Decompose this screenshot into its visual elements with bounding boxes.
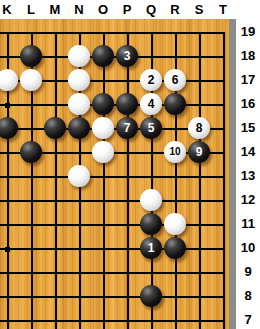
grid-line-col-M [55, 32, 57, 329]
stone-L14[interactable] [20, 141, 42, 163]
column-label-O: O [92, 1, 114, 18]
stone-Q10[interactable]: 1 [140, 237, 162, 259]
grid-line-row-12 [0, 200, 224, 202]
go-board-screenshot: KLMNOPQRST 19181716151413121110987326475… [0, 0, 260, 329]
grid-line-col-T [223, 32, 225, 329]
stone-N17[interactable] [68, 69, 90, 91]
stone-O15[interactable] [92, 117, 114, 139]
grid-line-col-P [127, 32, 129, 329]
column-label-Q: Q [140, 1, 162, 18]
column-label-N: N [68, 1, 90, 18]
stone-Q11[interactable] [140, 213, 162, 235]
row-label-11: 11 [236, 216, 260, 232]
stone-N18[interactable] [68, 45, 90, 67]
stone-R10[interactable] [164, 237, 186, 259]
column-label-P: P [116, 1, 138, 18]
grid-line-row-7 [0, 320, 224, 322]
stone-Q12[interactable] [140, 189, 162, 211]
column-label-T: T [212, 1, 234, 18]
grid-line-row-19 [0, 32, 224, 34]
stone-N13[interactable] [68, 165, 90, 187]
stone-S15[interactable]: 8 [188, 117, 210, 139]
star-point-K16 [5, 103, 10, 108]
stone-P18[interactable]: 3 [116, 45, 138, 67]
stone-M15[interactable] [44, 117, 66, 139]
stone-Q16[interactable]: 4 [140, 93, 162, 115]
row-label-7: 7 [236, 312, 260, 328]
column-label-strip: KLMNOPQRST [0, 0, 260, 19]
row-label-8: 8 [236, 288, 260, 304]
stone-R17[interactable]: 6 [164, 69, 186, 91]
grid-line-row-9 [0, 272, 224, 274]
stone-Q15[interactable]: 5 [140, 117, 162, 139]
stone-L17[interactable] [20, 69, 42, 91]
stone-P15[interactable]: 7 [116, 117, 138, 139]
row-label-13: 13 [236, 168, 260, 184]
stone-O16[interactable] [92, 93, 114, 115]
column-label-K: K [0, 1, 18, 18]
board-edge-shadow [229, 19, 236, 329]
column-label-S: S [188, 1, 210, 18]
column-label-L: L [20, 1, 42, 18]
stone-Q17[interactable]: 2 [140, 69, 162, 91]
row-label-18: 18 [236, 48, 260, 64]
grid-line-col-O [103, 32, 105, 329]
row-label-10: 10 [236, 240, 260, 256]
stone-O14[interactable] [92, 141, 114, 163]
grid-line-col-S [199, 32, 201, 329]
row-label-14: 14 [236, 144, 260, 160]
row-label-16: 16 [236, 96, 260, 112]
row-label-15: 15 [236, 120, 260, 136]
stone-S14[interactable]: 9 [188, 141, 210, 163]
stone-P16[interactable] [116, 93, 138, 115]
grid-line-row-10 [0, 248, 224, 250]
stone-Q8[interactable] [140, 285, 162, 307]
stone-N16[interactable] [68, 93, 90, 115]
column-label-M: M [44, 1, 66, 18]
row-label-9: 9 [236, 264, 260, 280]
stone-R14[interactable]: 10 [164, 141, 186, 163]
stone-R11[interactable] [164, 213, 186, 235]
row-label-19: 19 [236, 24, 260, 40]
stone-R16[interactable] [164, 93, 186, 115]
stone-N15[interactable] [68, 117, 90, 139]
row-label-17: 17 [236, 72, 260, 88]
grid-line-row-13 [0, 176, 224, 178]
star-point-K10 [5, 247, 10, 252]
grid-line-row-11 [0, 224, 224, 226]
stone-L18[interactable] [20, 45, 42, 67]
grid-line-row-8 [0, 296, 224, 298]
column-label-R: R [164, 1, 186, 18]
row-label-12: 12 [236, 192, 260, 208]
stone-O18[interactable] [92, 45, 114, 67]
